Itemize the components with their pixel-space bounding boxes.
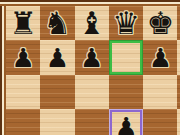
square-d6[interactable] <box>109 75 143 109</box>
square-b6[interactable] <box>40 75 74 109</box>
piece-black-queen[interactable]: ♛ <box>112 8 140 39</box>
piece-black-pawn[interactable]: ♟ <box>80 45 103 71</box>
square-f6[interactable] <box>177 75 180 109</box>
square-c7[interactable]: ♟ <box>75 40 109 74</box>
square-b8[interactable]: ♞ <box>40 6 74 40</box>
square-b5[interactable] <box>40 109 74 135</box>
piece-black-bishop[interactable]: ♝ <box>78 8 106 39</box>
piece-black-rook[interactable]: ♜ <box>9 8 37 39</box>
square-c8[interactable]: ♝ <box>75 6 109 40</box>
piece-black-pawn[interactable]: ♟ <box>11 45 34 71</box>
chess-board[interactable]: ♜♞♝♛♚♟♟♟♟♟ <box>6 6 180 135</box>
piece-black-pawn[interactable]: ♟ <box>46 45 69 71</box>
piece-black-pawn[interactable]: ♟ <box>149 45 172 71</box>
square-f8[interactable] <box>177 6 180 40</box>
board-frame-left <box>0 0 6 135</box>
chess-game-screenshot: ♜♞♝♛♚♟♟♟♟♟ <box>0 0 180 135</box>
square-d7[interactable] <box>109 40 143 74</box>
square-e7[interactable]: ♟ <box>143 40 177 74</box>
square-c5[interactable] <box>75 109 109 135</box>
square-d5[interactable]: ♟ <box>109 109 143 135</box>
board-frame-top <box>0 0 180 6</box>
square-a6[interactable] <box>6 75 40 109</box>
piece-black-king[interactable]: ♚ <box>146 8 174 39</box>
square-e6[interactable] <box>143 75 177 109</box>
piece-black-knight[interactable]: ♞ <box>44 8 72 39</box>
square-a5[interactable] <box>6 109 40 135</box>
square-e8[interactable]: ♚ <box>143 6 177 40</box>
square-f7[interactable] <box>177 40 180 74</box>
square-a7[interactable]: ♟ <box>6 40 40 74</box>
square-c6[interactable] <box>75 75 109 109</box>
piece-black-pawn[interactable]: ♟ <box>114 114 137 135</box>
square-e5[interactable] <box>143 109 177 135</box>
square-d8[interactable]: ♛ <box>109 6 143 40</box>
square-f5[interactable] <box>177 109 180 135</box>
square-a8[interactable]: ♜ <box>6 6 40 40</box>
square-b7[interactable]: ♟ <box>40 40 74 74</box>
